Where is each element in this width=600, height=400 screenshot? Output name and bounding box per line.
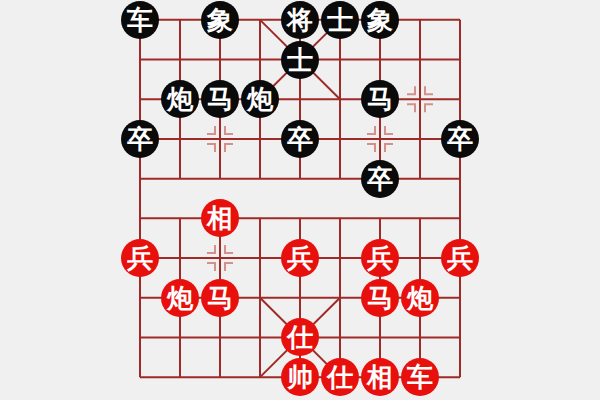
- black-horse[interactable]: 马: [361, 80, 399, 118]
- piece-glyph: 帅: [287, 364, 313, 390]
- piece-glyph: 相: [207, 205, 233, 231]
- red-advisor[interactable]: 仕: [281, 318, 319, 356]
- black-chariot[interactable]: 车: [121, 1, 159, 39]
- piece-glyph: 仕: [327, 364, 353, 390]
- piece-glyph: 车: [407, 364, 433, 390]
- piece-glyph: 兵: [447, 245, 473, 271]
- black-soldier[interactable]: 卒: [281, 120, 319, 158]
- red-elephant[interactable]: 相: [361, 358, 399, 396]
- piece-glyph: 马: [207, 285, 233, 311]
- xiangqi-board[interactable]: 车象将士象士炮马炮马卒卒卒卒相兵兵兵兵炮马马炮仕帅仕相车: [120, 0, 480, 397]
- red-elephant[interactable]: 相: [201, 199, 239, 237]
- black-soldier[interactable]: 卒: [121, 120, 159, 158]
- black-elephant[interactable]: 象: [201, 1, 239, 39]
- red-cannon[interactable]: 炮: [161, 279, 199, 317]
- red-soldier[interactable]: 兵: [121, 239, 159, 277]
- piece-glyph: 炮: [247, 86, 273, 112]
- red-horse[interactable]: 马: [201, 279, 239, 317]
- black-cannon[interactable]: 炮: [241, 80, 279, 118]
- black-soldier[interactable]: 卒: [361, 160, 399, 198]
- piece-glyph: 士: [327, 7, 353, 33]
- piece-glyph: 炮: [167, 86, 193, 112]
- piece-glyph: 卒: [367, 166, 393, 192]
- black-cannon[interactable]: 炮: [161, 80, 199, 118]
- xiangqi-screen: 车象将士象士炮马炮马卒卒卒卒相兵兵兵兵炮马马炮仕帅仕相车: [0, 0, 600, 400]
- black-advisor[interactable]: 士: [321, 1, 359, 39]
- red-chariot[interactable]: 车: [401, 358, 439, 396]
- piece-glyph: 卒: [447, 126, 473, 152]
- red-soldier[interactable]: 兵: [361, 239, 399, 277]
- black-horse[interactable]: 马: [201, 80, 239, 118]
- red-cannon[interactable]: 炮: [401, 279, 439, 317]
- piece-glyph: 马: [367, 86, 393, 112]
- piece-glyph: 炮: [407, 285, 433, 311]
- piece-glyph: 卒: [127, 126, 153, 152]
- red-general[interactable]: 帅: [281, 358, 319, 396]
- piece-glyph: 兵: [127, 245, 153, 271]
- black-soldier[interactable]: 卒: [441, 120, 479, 158]
- piece-glyph: 象: [207, 7, 233, 33]
- piece-glyph: 士: [287, 47, 313, 73]
- piece-glyph: 仕: [287, 324, 313, 350]
- red-horse[interactable]: 马: [361, 279, 399, 317]
- black-general[interactable]: 将: [281, 1, 319, 39]
- piece-glyph: 相: [367, 364, 393, 390]
- piece-glyph: 兵: [367, 245, 393, 271]
- piece-glyph: 马: [367, 285, 393, 311]
- piece-glyph: 象: [367, 7, 393, 33]
- piece-glyph: 炮: [167, 285, 193, 311]
- red-soldier[interactable]: 兵: [281, 239, 319, 277]
- red-soldier[interactable]: 兵: [441, 239, 479, 277]
- piece-glyph: 卒: [287, 126, 313, 152]
- piece-glyph: 兵: [287, 245, 313, 271]
- red-advisor[interactable]: 仕: [321, 358, 359, 396]
- piece-glyph: 车: [127, 7, 153, 33]
- piece-glyph: 马: [207, 86, 233, 112]
- piece-glyph: 将: [287, 7, 313, 33]
- black-elephant[interactable]: 象: [361, 1, 399, 39]
- black-advisor[interactable]: 士: [281, 41, 319, 79]
